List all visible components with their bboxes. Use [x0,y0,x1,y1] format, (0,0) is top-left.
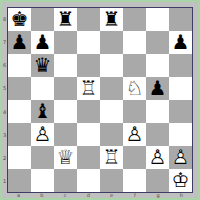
black-rook-glyph: ♜ [100,9,123,29]
square-b5[interactable] [31,77,54,100]
square-g5[interactable]: ♟ [146,77,169,100]
white-rook-glyph: ♖ [100,147,123,167]
white-king-glyph: ♔ [169,170,192,190]
square-d4[interactable] [77,100,100,123]
square-d3[interactable] [77,123,100,146]
square-b6[interactable]: ♛ [31,54,54,77]
black-queen[interactable]: ♛ [31,54,54,77]
black-pawn-glyph: ♟ [169,32,192,52]
square-e1[interactable] [100,169,123,192]
square-f2[interactable] [123,146,146,169]
white-pawn[interactable]: ♟♙ [146,146,169,169]
square-f4[interactable] [123,100,146,123]
square-g2[interactable]: ♟♙ [146,146,169,169]
black-bishop-glyph: ♝ [31,101,54,121]
square-g7[interactable] [146,31,169,54]
square-g3[interactable] [146,123,169,146]
black-pawn[interactable]: ♟ [31,31,54,54]
square-e7[interactable] [100,31,123,54]
chess-board-window: 87654321 ♚♜♜♟♟♟♛♜♖♞♘♟♝♟♙♟♙♛♕♜♖♟♙♟♙♚♔ abc… [0,0,200,200]
file-label-g: g [147,191,170,198]
square-b2[interactable] [31,146,54,169]
square-g8[interactable] [146,8,169,31]
file-labels: abcdefgh [7,191,193,198]
square-d6[interactable] [77,54,100,77]
square-b4[interactable]: ♝ [31,100,54,123]
square-e5[interactable] [100,77,123,100]
square-h4[interactable] [169,100,192,123]
square-d1[interactable] [77,169,100,192]
white-rook[interactable]: ♜♖ [77,77,100,100]
square-a3[interactable] [8,123,31,146]
square-a2[interactable] [8,146,31,169]
white-pawn-glyph: ♙ [123,124,146,144]
square-d5[interactable]: ♜♖ [77,77,100,100]
square-h7[interactable]: ♟ [169,31,192,54]
chess-board: ♚♜♜♟♟♟♛♜♖♞♘♟♝♟♙♟♙♛♕♜♖♟♙♟♙♚♔ [7,7,193,193]
square-a8[interactable]: ♚ [8,8,31,31]
square-g6[interactable] [146,54,169,77]
square-c4[interactable] [54,100,77,123]
square-c5[interactable] [54,77,77,100]
square-b7[interactable]: ♟ [31,31,54,54]
square-c6[interactable] [54,54,77,77]
black-pawn-glyph: ♟ [146,78,169,98]
black-rook[interactable]: ♜ [54,8,77,31]
square-b3[interactable]: ♟♙ [31,123,54,146]
square-e6[interactable] [100,54,123,77]
file-label-a: a [7,191,30,198]
white-pawn[interactable]: ♟♙ [123,123,146,146]
square-e3[interactable] [100,123,123,146]
square-f3[interactable]: ♟♙ [123,123,146,146]
black-queen-glyph: ♛ [31,55,54,75]
square-a5[interactable] [8,77,31,100]
black-pawn-glyph: ♟ [31,32,54,52]
square-h1[interactable]: ♚♔ [169,169,192,192]
square-f1[interactable] [123,169,146,192]
black-pawn[interactable]: ♟ [8,31,31,54]
black-pawn[interactable]: ♟ [169,31,192,54]
file-label-b: b [30,191,53,198]
black-pawn-glyph: ♟ [8,32,31,52]
square-b8[interactable] [31,8,54,31]
black-rook[interactable]: ♜ [100,8,123,31]
square-c3[interactable] [54,123,77,146]
white-queen[interactable]: ♛♕ [54,146,77,169]
square-e4[interactable] [100,100,123,123]
black-king-glyph: ♚ [8,9,31,29]
square-a6[interactable] [8,54,31,77]
square-c7[interactable] [54,31,77,54]
white-rook[interactable]: ♜♖ [100,146,123,169]
square-h6[interactable] [169,54,192,77]
square-d2[interactable] [77,146,100,169]
square-c1[interactable] [54,169,77,192]
square-g4[interactable] [146,100,169,123]
square-h8[interactable] [169,8,192,31]
square-b1[interactable] [31,169,54,192]
square-f5[interactable]: ♞♘ [123,77,146,100]
square-f8[interactable] [123,8,146,31]
black-bishop[interactable]: ♝ [31,100,54,123]
square-g1[interactable] [146,169,169,192]
square-f7[interactable] [123,31,146,54]
square-d7[interactable] [77,31,100,54]
square-e2[interactable]: ♜♖ [100,146,123,169]
square-a1[interactable] [8,169,31,192]
square-h5[interactable] [169,77,192,100]
black-pawn[interactable]: ♟ [146,77,169,100]
file-label-f: f [123,191,146,198]
white-queen-glyph: ♕ [54,147,77,167]
white-rook-glyph: ♖ [77,78,100,98]
file-label-c: c [54,191,77,198]
square-a4[interactable] [8,100,31,123]
black-king[interactable]: ♚ [8,8,31,31]
square-c2[interactable]: ♛♕ [54,146,77,169]
white-pawn-glyph: ♙ [169,147,192,167]
file-label-d: d [77,191,100,198]
white-pawn[interactable]: ♟♙ [31,123,54,146]
white-pawn-glyph: ♙ [146,147,169,167]
square-h3[interactable] [169,123,192,146]
black-rook-glyph: ♜ [54,9,77,29]
square-e8[interactable]: ♜ [100,8,123,31]
square-f6[interactable] [123,54,146,77]
white-knight[interactable]: ♞♘ [123,77,146,100]
file-label-h: h [170,191,193,198]
square-d8[interactable] [77,8,100,31]
square-c8[interactable]: ♜ [54,8,77,31]
white-pawn[interactable]: ♟♙ [169,146,192,169]
file-label-e: e [100,191,123,198]
square-h2[interactable]: ♟♙ [169,146,192,169]
white-knight-glyph: ♘ [123,78,146,98]
white-king[interactable]: ♚♔ [169,169,192,192]
white-pawn-glyph: ♙ [31,124,54,144]
square-a7[interactable]: ♟ [8,31,31,54]
